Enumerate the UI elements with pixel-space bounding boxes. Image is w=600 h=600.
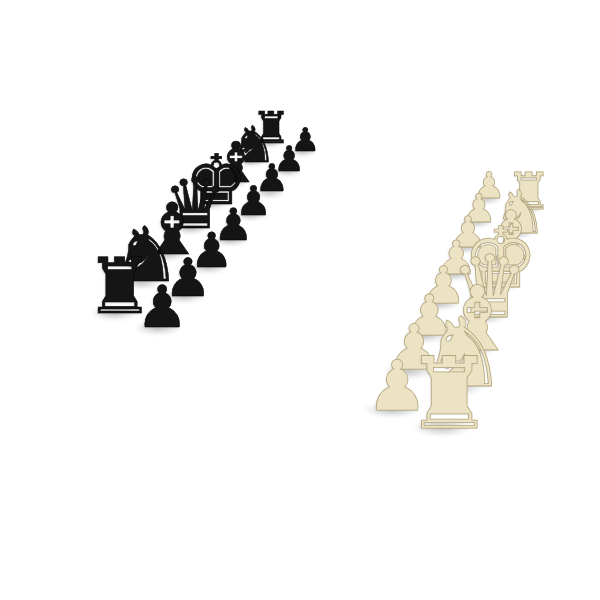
piece-white-rook-a1: ♜	[405, 343, 494, 442]
square-d5	[284, 245, 343, 285]
square-a5	[216, 333, 285, 384]
square-e6	[263, 209, 319, 245]
square-c5	[263, 271, 325, 314]
square-h6	[315, 147, 364, 176]
rank-label-left-5: 5	[226, 381, 240, 390]
square-h5	[351, 156, 400, 185]
rank-label-left-2: 2	[377, 434, 391, 444]
rank-label-right-6: 6	[346, 144, 355, 148]
rank-label-right-4: 4	[416, 162, 426, 166]
square-h4	[387, 165, 436, 195]
piece-black-pawn-a7: ♟	[136, 278, 188, 336]
file-label-bottom-g: g	[546, 239, 556, 245]
square-f4	[359, 207, 413, 242]
square-a4	[263, 348, 332, 401]
rank-label-right-3: 3	[453, 172, 463, 177]
square-e4	[343, 231, 399, 269]
square-c4	[307, 284, 369, 329]
square-b5	[241, 301, 307, 348]
rank-label-left-8: 8	[92, 333, 105, 341]
rank-label-left-3: 3	[325, 416, 339, 425]
file-label-bottom-h: h	[553, 214, 563, 219]
square-g6	[299, 166, 351, 197]
square-g5	[336, 176, 387, 208]
square-f6	[282, 187, 336, 220]
rank-label-left-6: 6	[180, 364, 194, 372]
square-f5	[320, 197, 374, 231]
square-g4	[374, 185, 425, 218]
square-d4	[325, 256, 384, 297]
rank-label-right-5: 5	[381, 153, 390, 157]
square-b4	[286, 315, 351, 364]
square-e5	[302, 220, 358, 257]
rank-label-left-7: 7	[135, 348, 148, 356]
chessboard-product-photo: 88aa77bb66cc55dd44ee33ff22gg11hh ♜♞♝♛♚♝♞…	[0, 0, 600, 600]
rank-label-left-1: 1	[431, 453, 445, 463]
rank-label-left-4: 4	[275, 398, 289, 407]
